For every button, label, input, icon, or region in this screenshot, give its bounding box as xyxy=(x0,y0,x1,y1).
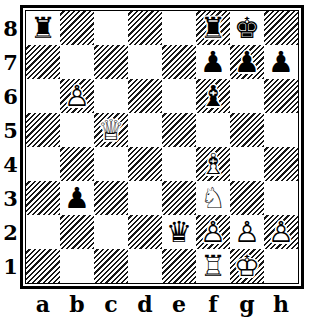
square-a1[interactable] xyxy=(26,249,60,283)
square-a6[interactable] xyxy=(26,79,60,113)
rank-label-7: 7 xyxy=(1,45,20,79)
file-label-b: b xyxy=(60,290,94,318)
piece-glyph: ♙ xyxy=(264,215,298,249)
square-b8[interactable] xyxy=(60,11,94,45)
rank-label-5: 5 xyxy=(1,113,20,147)
square-e5[interactable] xyxy=(162,113,196,147)
square-a7[interactable] xyxy=(26,45,60,79)
piece-black-queen-e2[interactable]: ♛ xyxy=(162,215,196,249)
square-f3[interactable]: ♞♘ xyxy=(196,181,230,215)
chess-diagram: 87654321 ♜♜♚♟♟♟♟♙♝♛♕♝♗♟♞♘♛♟♙♟♙♟♙♜♖♚♔ abc… xyxy=(1,5,304,319)
square-h7[interactable]: ♟ xyxy=(264,45,298,79)
square-g6[interactable] xyxy=(230,79,264,113)
square-b6[interactable]: ♟♙ xyxy=(60,79,94,113)
piece-glyph: ♛ xyxy=(162,215,196,249)
square-a2[interactable] xyxy=(26,215,60,249)
square-e8[interactable] xyxy=(162,11,196,45)
piece-glyph: ♟ xyxy=(196,45,230,79)
square-g2[interactable]: ♟♙ xyxy=(230,215,264,249)
rank-label-4: 4 xyxy=(1,147,20,181)
piece-black-rook-f8[interactable]: ♜ xyxy=(196,11,230,45)
rank-label-2: 2 xyxy=(1,215,20,249)
piece-black-pawn-b3[interactable]: ♟ xyxy=(60,181,94,215)
square-f8[interactable]: ♜ xyxy=(196,11,230,45)
piece-white-pawn-f2[interactable]: ♟♙ xyxy=(196,215,230,249)
file-label-d: d xyxy=(128,290,162,318)
file-label-a: a xyxy=(26,290,60,318)
piece-white-bishop-f4[interactable]: ♝♗ xyxy=(196,147,230,181)
square-h2[interactable]: ♟♙ xyxy=(264,215,298,249)
square-d5[interactable] xyxy=(128,113,162,147)
file-label-f: f xyxy=(196,290,230,318)
square-h8[interactable] xyxy=(264,11,298,45)
piece-white-queen-c5[interactable]: ♛♕ xyxy=(94,113,128,147)
file-labels: abcdefgh xyxy=(26,290,304,319)
square-c4[interactable] xyxy=(94,147,128,181)
rank-labels: 87654321 xyxy=(1,5,20,289)
piece-white-rook-f1[interactable]: ♜♖ xyxy=(196,249,230,283)
square-d8[interactable] xyxy=(128,11,162,45)
piece-black-rook-a8[interactable]: ♜ xyxy=(26,11,60,45)
chess-board: ♜♜♚♟♟♟♟♙♝♛♕♝♗♟♞♘♛♟♙♟♙♟♙♜♖♚♔ xyxy=(25,10,299,284)
square-c7[interactable] xyxy=(94,45,128,79)
square-b3[interactable]: ♟ xyxy=(60,181,94,215)
square-h1[interactable] xyxy=(264,249,298,283)
chess-diagram-page: 87654321 ♜♜♚♟♟♟♟♙♝♛♕♝♗♟♞♘♛♟♙♟♙♟♙♜♖♚♔ abc… xyxy=(0,0,311,320)
square-e4[interactable] xyxy=(162,147,196,181)
piece-black-pawn-g7[interactable]: ♟ xyxy=(230,45,264,79)
square-e3[interactable] xyxy=(162,181,196,215)
piece-glyph: ♙ xyxy=(196,215,230,249)
square-b2[interactable] xyxy=(60,215,94,249)
square-f4[interactable]: ♝♗ xyxy=(196,147,230,181)
square-f7[interactable]: ♟ xyxy=(196,45,230,79)
square-f1[interactable]: ♜♖ xyxy=(196,249,230,283)
piece-glyph: ♖ xyxy=(196,249,230,283)
piece-glyph: ♝ xyxy=(196,79,230,113)
rank-label-8: 8 xyxy=(1,11,20,45)
piece-black-pawn-h7[interactable]: ♟ xyxy=(264,45,298,79)
square-g1[interactable]: ♚♔ xyxy=(230,249,264,283)
square-b7[interactable] xyxy=(60,45,94,79)
file-label-h: h xyxy=(264,290,298,318)
square-d3[interactable] xyxy=(128,181,162,215)
square-h3[interactable] xyxy=(264,181,298,215)
square-d1[interactable] xyxy=(128,249,162,283)
piece-glyph: ♕ xyxy=(94,113,128,147)
square-g4[interactable] xyxy=(230,147,264,181)
square-g7[interactable]: ♟ xyxy=(230,45,264,79)
square-d4[interactable] xyxy=(128,147,162,181)
piece-glyph: ♚ xyxy=(230,11,264,45)
square-c8[interactable] xyxy=(94,11,128,45)
square-c5[interactable]: ♛♕ xyxy=(94,113,128,147)
piece-glyph: ♜ xyxy=(196,11,230,45)
piece-black-king-g8[interactable]: ♚ xyxy=(230,11,264,45)
rank-label-6: 6 xyxy=(1,79,20,113)
piece-glyph: ♟ xyxy=(264,45,298,79)
square-h6[interactable] xyxy=(264,79,298,113)
square-f2[interactable]: ♟♙ xyxy=(196,215,230,249)
piece-white-pawn-g2[interactable]: ♟♙ xyxy=(230,215,264,249)
square-b5[interactable] xyxy=(60,113,94,147)
square-c1[interactable] xyxy=(94,249,128,283)
piece-white-pawn-h2[interactable]: ♟♙ xyxy=(264,215,298,249)
square-e6[interactable] xyxy=(162,79,196,113)
piece-glyph: ♟ xyxy=(60,181,94,215)
piece-glyph: ♔ xyxy=(230,249,264,283)
square-a3[interactable] xyxy=(26,181,60,215)
piece-glyph: ♙ xyxy=(230,215,264,249)
piece-white-knight-f3[interactable]: ♞♘ xyxy=(196,181,230,215)
piece-black-bishop-f6[interactable]: ♝ xyxy=(196,79,230,113)
square-c2[interactable] xyxy=(94,215,128,249)
file-label-g: g xyxy=(230,290,264,318)
square-f5[interactable] xyxy=(196,113,230,147)
piece-black-pawn-f7[interactable]: ♟ xyxy=(196,45,230,79)
square-g5[interactable] xyxy=(230,113,264,147)
square-a5[interactable] xyxy=(26,113,60,147)
rank-label-3: 3 xyxy=(1,181,20,215)
piece-white-king-g1[interactable]: ♚♔ xyxy=(230,249,264,283)
square-c6[interactable] xyxy=(94,79,128,113)
piece-glyph: ♜ xyxy=(26,11,60,45)
board-frame: ♜♜♚♟♟♟♟♙♝♛♕♝♗♟♞♘♛♟♙♟♙♟♙♜♖♚♔ xyxy=(20,5,304,289)
piece-glyph: ♗ xyxy=(196,147,230,181)
piece-glyph: ♟ xyxy=(230,45,264,79)
square-e2[interactable]: ♛ xyxy=(162,215,196,249)
piece-glyph: ♘ xyxy=(196,181,230,215)
square-e1[interactable] xyxy=(162,249,196,283)
square-d7[interactable] xyxy=(128,45,162,79)
square-c3[interactable] xyxy=(94,181,128,215)
square-a4[interactable] xyxy=(26,147,60,181)
square-g8[interactable]: ♚ xyxy=(230,11,264,45)
square-g3[interactable] xyxy=(230,181,264,215)
piece-glyph: ♙ xyxy=(60,79,94,113)
square-e7[interactable] xyxy=(162,45,196,79)
square-f6[interactable]: ♝ xyxy=(196,79,230,113)
square-h4[interactable] xyxy=(264,147,298,181)
square-b4[interactable] xyxy=(60,147,94,181)
file-label-c: c xyxy=(94,290,128,318)
square-h5[interactable] xyxy=(264,113,298,147)
square-b1[interactable] xyxy=(60,249,94,283)
square-d6[interactable] xyxy=(128,79,162,113)
square-d2[interactable] xyxy=(128,215,162,249)
piece-white-pawn-b6[interactable]: ♟♙ xyxy=(60,79,94,113)
rank-label-1: 1 xyxy=(1,249,20,283)
square-a8[interactable]: ♜ xyxy=(26,11,60,45)
file-label-e: e xyxy=(162,290,196,318)
